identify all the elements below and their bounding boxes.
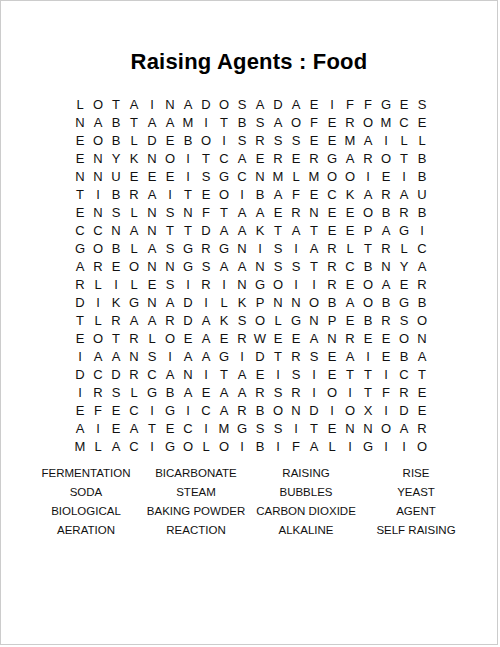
grid-cell-r13c10[interactable]: S [233,311,251,329]
grid-cell-r20c1[interactable]: M [71,437,89,455]
grid-cell-r11c18[interactable]: A [377,275,395,293]
grid-cell-r12c10[interactable]: K [233,293,251,311]
grid-cell-r12c16[interactable]: A [341,293,359,311]
grid-cell-r9c18[interactable]: R [377,239,395,257]
grid-cell-r9c15[interactable]: R [323,239,341,257]
grid-cell-r6c14[interactable]: E [305,185,323,203]
grid-cell-r14c16[interactable]: R [341,329,359,347]
grid-cell-r9c9[interactable]: G [215,239,233,257]
grid-cell-r17c19[interactable]: R [395,383,413,401]
grid-cell-r3c6[interactable]: E [161,131,179,149]
grid-cell-r2c9[interactable]: T [215,113,233,131]
grid-cell-r17c17[interactable]: T [359,383,377,401]
grid-cell-r10c2[interactable]: R [89,257,107,275]
grid-cell-r2c7[interactable]: M [179,113,197,131]
grid-cell-r16c2[interactable]: C [89,365,107,383]
grid-cell-r18c3[interactable]: E [107,401,125,419]
grid-cell-r18c4[interactable]: C [125,401,143,419]
grid-cell-r1c3[interactable]: T [107,95,125,113]
grid-cell-r7c3[interactable]: S [107,203,125,221]
grid-cell-r8c11[interactable]: K [251,221,269,239]
grid-cell-r12c17[interactable]: O [359,293,377,311]
grid-cell-r20c12[interactable]: I [269,437,287,455]
grid-cell-r20c18[interactable]: I [377,437,395,455]
grid-cell-r5c8[interactable]: S [197,167,215,185]
grid-cell-r6c5[interactable]: A [143,185,161,203]
grid-cell-r14c8[interactable]: A [197,329,215,347]
grid-cell-r5c9[interactable]: G [215,167,233,185]
grid-cell-r14c6[interactable]: O [161,329,179,347]
grid-cell-r4c7[interactable]: I [179,149,197,167]
grid-cell-r5c17[interactable]: I [359,167,377,185]
grid-cell-r11c15[interactable]: R [323,275,341,293]
grid-cell-r19c16[interactable]: N [341,419,359,437]
grid-cell-r2c11[interactable]: S [251,113,269,131]
grid-cell-r17c2[interactable]: R [89,383,107,401]
grid-cell-r8c19[interactable]: G [395,221,413,239]
grid-cell-r17c1[interactable]: I [71,383,89,401]
grid-cell-r13c14[interactable]: N [305,311,323,329]
grid-cell-r14c11[interactable]: W [251,329,269,347]
grid-cell-r18c8[interactable]: C [197,401,215,419]
grid-cell-r4c2[interactable]: N [89,149,107,167]
grid-cell-r20c9[interactable]: O [215,437,233,455]
grid-cell-r12c2[interactable]: I [89,293,107,311]
grid-cell-r5c4[interactable]: E [125,167,143,185]
grid-cell-r20c13[interactable]: F [287,437,305,455]
grid-cell-r14c4[interactable]: R [125,329,143,347]
grid-cell-r10c1[interactable]: A [71,257,89,275]
grid-cell-r19c12[interactable]: S [269,419,287,437]
grid-cell-r20c16[interactable]: I [341,437,359,455]
grid-cell-r14c2[interactable]: O [89,329,107,347]
grid-cell-r17c13[interactable]: R [287,383,305,401]
grid-cell-r12c1[interactable]: D [71,293,89,311]
grid-cell-r18c14[interactable]: D [305,401,323,419]
grid-cell-r8c16[interactable]: E [341,221,359,239]
grid-cell-r15c9[interactable]: G [215,347,233,365]
grid-cell-r7c12[interactable]: E [269,203,287,221]
grid-cell-r12c7[interactable]: D [179,293,197,311]
grid-cell-r2c5[interactable]: A [143,113,161,131]
grid-cell-r3c1[interactable]: E [71,131,89,149]
grid-cell-r16c17[interactable]: T [359,365,377,383]
grid-cell-r1c16[interactable]: F [341,95,359,113]
grid-cell-r2c13[interactable]: O [287,113,305,131]
grid-cell-r19c2[interactable]: I [89,419,107,437]
grid-cell-r17c14[interactable]: I [305,383,323,401]
grid-cell-r4c16[interactable]: A [341,149,359,167]
grid-cell-r20c8[interactable]: L [197,437,215,455]
grid-cell-r18c12[interactable]: O [269,401,287,419]
grid-cell-r4c4[interactable]: K [125,149,143,167]
grid-cell-r17c15[interactable]: O [323,383,341,401]
grid-cell-r17c11[interactable]: R [251,383,269,401]
grid-cell-r8c12[interactable]: T [269,221,287,239]
grid-cell-r7c16[interactable]: E [341,203,359,221]
grid-cell-r4c12[interactable]: R [269,149,287,167]
grid-cell-r1c11[interactable]: A [251,95,269,113]
grid-cell-r8c10[interactable]: A [233,221,251,239]
grid-cell-r4c20[interactable]: B [413,149,431,167]
grid-cell-r4c10[interactable]: A [233,149,251,167]
grid-cell-r17c16[interactable]: I [341,383,359,401]
grid-cell-r19c11[interactable]: S [251,419,269,437]
grid-cell-r11c10[interactable]: N [233,275,251,293]
grid-cell-r20c4[interactable]: C [125,437,143,455]
grid-cell-r4c6[interactable]: O [161,149,179,167]
grid-cell-r7c19[interactable]: R [395,203,413,221]
grid-cell-r15c1[interactable]: I [71,347,89,365]
grid-cell-r17c6[interactable]: B [161,383,179,401]
grid-cell-r15c12[interactable]: T [269,347,287,365]
grid-cell-r8c20[interactable]: I [413,221,431,239]
grid-cell-r15c4[interactable]: N [125,347,143,365]
grid-cell-r2c15[interactable]: E [323,113,341,131]
grid-cell-r12c9[interactable]: L [215,293,233,311]
grid-cell-r1c4[interactable]: A [125,95,143,113]
grid-cell-r15c19[interactable]: B [395,347,413,365]
grid-cell-r18c11[interactable]: B [251,401,269,419]
grid-cell-r19c4[interactable]: A [125,419,143,437]
grid-cell-r3c5[interactable]: D [143,131,161,149]
grid-cell-r1c15[interactable]: I [323,95,341,113]
grid-cell-r18c7[interactable]: I [179,401,197,419]
grid-cell-r8c18[interactable]: A [377,221,395,239]
grid-cell-r1c17[interactable]: F [359,95,377,113]
grid-cell-r16c16[interactable]: T [341,365,359,383]
grid-cell-r10c15[interactable]: R [323,257,341,275]
grid-cell-r14c14[interactable]: A [305,329,323,347]
grid-cell-r7c14[interactable]: N [305,203,323,221]
grid-cell-r11c2[interactable]: L [89,275,107,293]
grid-cell-r19c15[interactable]: E [323,419,341,437]
grid-cell-r5c14[interactable]: M [305,167,323,185]
grid-cell-r16c18[interactable]: I [377,365,395,383]
grid-cell-r13c7[interactable]: D [179,311,197,329]
grid-cell-r16c20[interactable]: T [413,365,431,383]
grid-cell-r2c3[interactable]: B [107,113,125,131]
grid-cell-r3c8[interactable]: O [197,131,215,149]
grid-cell-r7c11[interactable]: A [251,203,269,221]
grid-cell-r20c5[interactable]: I [143,437,161,455]
grid-cell-r7c2[interactable]: N [89,203,107,221]
grid-cell-r9c16[interactable]: L [341,239,359,257]
grid-cell-r16c3[interactable]: D [107,365,125,383]
grid-cell-r5c10[interactable]: C [233,167,251,185]
grid-cell-r11c4[interactable]: L [125,275,143,293]
grid-cell-r18c13[interactable]: N [287,401,305,419]
grid-cell-r12c13[interactable]: N [287,293,305,311]
grid-cell-r7c10[interactable]: A [233,203,251,221]
grid-cell-r16c4[interactable]: R [125,365,143,383]
grid-cell-r19c18[interactable]: O [377,419,395,437]
grid-cell-r4c8[interactable]: T [197,149,215,167]
grid-cell-r19c10[interactable]: G [233,419,251,437]
grid-cell-r15c8[interactable]: A [197,347,215,365]
grid-cell-r8c5[interactable]: N [143,221,161,239]
grid-cell-r5c5[interactable]: E [143,167,161,185]
grid-cell-r18c6[interactable]: G [161,401,179,419]
grid-cell-r4c13[interactable]: E [287,149,305,167]
grid-cell-r13c6[interactable]: R [161,311,179,329]
grid-cell-r18c18[interactable]: I [377,401,395,419]
grid-cell-r5c15[interactable]: O [323,167,341,185]
grid-cell-r12c5[interactable]: N [143,293,161,311]
grid-cell-r3c16[interactable]: M [341,131,359,149]
grid-cell-r18c20[interactable]: E [413,401,431,419]
grid-cell-r1c10[interactable]: S [233,95,251,113]
grid-cell-r19c3[interactable]: E [107,419,125,437]
grid-cell-r10c5[interactable]: N [143,257,161,275]
grid-cell-r9c14[interactable]: A [305,239,323,257]
grid-cell-r3c7[interactable]: B [179,131,197,149]
grid-cell-r2c19[interactable]: C [395,113,413,131]
grid-cell-r11c12[interactable]: O [269,275,287,293]
grid-cell-r19c19[interactable]: A [395,419,413,437]
grid-cell-r20c15[interactable]: L [323,437,341,455]
grid-cell-r16c11[interactable]: E [251,365,269,383]
grid-cell-r16c6[interactable]: A [161,365,179,383]
grid-cell-r13c5[interactable]: A [143,311,161,329]
grid-cell-r13c12[interactable]: L [269,311,287,329]
grid-cell-r4c9[interactable]: C [215,149,233,167]
grid-cell-r9c2[interactable]: O [89,239,107,257]
grid-cell-r6c16[interactable]: K [341,185,359,203]
grid-cell-r20c7[interactable]: O [179,437,197,455]
grid-cell-r11c17[interactable]: O [359,275,377,293]
grid-cell-r13c15[interactable]: P [323,311,341,329]
grid-cell-r7c4[interactable]: L [125,203,143,221]
grid-cell-r5c2[interactable]: N [89,167,107,185]
grid-cell-r13c16[interactable]: E [341,311,359,329]
grid-cell-r5c6[interactable]: E [161,167,179,185]
grid-cell-r15c6[interactable]: I [161,347,179,365]
grid-cell-r20c3[interactable]: A [107,437,125,455]
grid-cell-r2c4[interactable]: T [125,113,143,131]
grid-cell-r6c9[interactable]: O [215,185,233,203]
grid-cell-r16c9[interactable]: T [215,365,233,383]
grid-cell-r4c3[interactable]: Y [107,149,125,167]
grid-cell-r15c11[interactable]: D [251,347,269,365]
grid-cell-r16c8[interactable]: I [197,365,215,383]
grid-cell-r15c14[interactable]: S [305,347,323,365]
grid-cell-r10c17[interactable]: B [359,257,377,275]
grid-cell-r3c10[interactable]: S [233,131,251,149]
grid-cell-r12c11[interactable]: P [251,293,269,311]
grid-cell-r13c19[interactable]: S [395,311,413,329]
grid-cell-r14c18[interactable]: E [377,329,395,347]
grid-cell-r1c14[interactable]: E [305,95,323,113]
grid-cell-r7c8[interactable]: F [197,203,215,221]
grid-cell-r18c1[interactable]: E [71,401,89,419]
grid-cell-r2c10[interactable]: B [233,113,251,131]
grid-cell-r15c13[interactable]: R [287,347,305,365]
grid-cell-r10c9[interactable]: A [215,257,233,275]
grid-cell-r14c7[interactable]: E [179,329,197,347]
grid-cell-r6c7[interactable]: T [179,185,197,203]
grid-cell-r4c11[interactable]: E [251,149,269,167]
grid-cell-r14c13[interactable]: E [287,329,305,347]
grid-cell-r15c15[interactable]: E [323,347,341,365]
grid-cell-r7c1[interactable]: E [71,203,89,221]
grid-cell-r11c5[interactable]: E [143,275,161,293]
grid-cell-r19c13[interactable]: I [287,419,305,437]
grid-cell-r20c20[interactable]: O [413,437,431,455]
grid-cell-r14c15[interactable]: N [323,329,341,347]
grid-cell-r13c1[interactable]: T [71,311,89,329]
grid-cell-r10c10[interactable]: A [233,257,251,275]
grid-cell-r5c19[interactable]: I [395,167,413,185]
grid-cell-r2c8[interactable]: I [197,113,215,131]
grid-cell-r20c19[interactable]: I [395,437,413,455]
grid-cell-r6c10[interactable]: I [233,185,251,203]
grid-cell-r13c13[interactable]: G [287,311,305,329]
grid-cell-r20c10[interactable]: I [233,437,251,455]
grid-cell-r5c20[interactable]: B [413,167,431,185]
grid-cell-r3c4[interactable]: L [125,131,143,149]
grid-cell-r13c3[interactable]: R [107,311,125,329]
grid-cell-r4c19[interactable]: T [395,149,413,167]
grid-cell-r5c11[interactable]: N [251,167,269,185]
grid-cell-r17c4[interactable]: L [125,383,143,401]
grid-cell-r2c6[interactable]: A [161,113,179,131]
grid-cell-r17c8[interactable]: E [197,383,215,401]
grid-cell-r10c13[interactable]: S [287,257,305,275]
grid-cell-r12c18[interactable]: B [377,293,395,311]
grid-cell-r5c7[interactable]: I [179,167,197,185]
grid-cell-r12c12[interactable]: N [269,293,287,311]
grid-cell-r4c5[interactable]: N [143,149,161,167]
grid-cell-r10c18[interactable]: N [377,257,395,275]
grid-cell-r10c12[interactable]: S [269,257,287,275]
grid-cell-r11c20[interactable]: R [413,275,431,293]
grid-cell-r19c8[interactable]: I [197,419,215,437]
grid-cell-r9c17[interactable]: T [359,239,377,257]
grid-cell-r14c17[interactable]: E [359,329,377,347]
grid-cell-r16c7[interactable]: N [179,365,197,383]
grid-cell-r18c19[interactable]: D [395,401,413,419]
grid-cell-r3c12[interactable]: S [269,131,287,149]
grid-cell-r7c15[interactable]: E [323,203,341,221]
grid-cell-r15c18[interactable]: E [377,347,395,365]
grid-cell-r1c1[interactable]: L [71,95,89,113]
grid-cell-r1c9[interactable]: O [215,95,233,113]
grid-cell-r19c14[interactable]: T [305,419,323,437]
grid-cell-r7c9[interactable]: T [215,203,233,221]
grid-cell-r9c12[interactable]: S [269,239,287,257]
grid-cell-r3c9[interactable]: I [215,131,233,149]
grid-cell-r7c17[interactable]: O [359,203,377,221]
grid-cell-r3c15[interactable]: E [323,131,341,149]
grid-cell-r9c13[interactable]: I [287,239,305,257]
grid-cell-r2c12[interactable]: A [269,113,287,131]
grid-cell-r12c20[interactable]: B [413,293,431,311]
grid-cell-r11c13[interactable]: I [287,275,305,293]
grid-cell-r4c14[interactable]: R [305,149,323,167]
grid-cell-r15c20[interactable]: A [413,347,431,365]
grid-cell-r1c7[interactable]: A [179,95,197,113]
grid-cell-r15c10[interactable]: I [233,347,251,365]
grid-cell-r8c9[interactable]: A [215,221,233,239]
grid-cell-r2c18[interactable]: M [377,113,395,131]
grid-cell-r19c1[interactable]: A [71,419,89,437]
grid-cell-r14c19[interactable]: O [395,329,413,347]
grid-cell-r8c8[interactable]: D [197,221,215,239]
grid-cell-r6c3[interactable]: B [107,185,125,203]
grid-cell-r20c2[interactable]: L [89,437,107,455]
grid-cell-r10c19[interactable]: Y [395,257,413,275]
grid-cell-r16c12[interactable]: I [269,365,287,383]
grid-cell-r16c14[interactable]: I [305,365,323,383]
grid-cell-r9c20[interactable]: C [413,239,431,257]
grid-cell-r3c14[interactable]: E [305,131,323,149]
grid-cell-r13c20[interactable]: O [413,311,431,329]
grid-cell-r7c7[interactable]: N [179,203,197,221]
grid-cell-r8c4[interactable]: A [125,221,143,239]
grid-cell-r12c3[interactable]: K [107,293,125,311]
grid-cell-r18c16[interactable]: O [341,401,359,419]
grid-cell-r6c13[interactable]: F [287,185,305,203]
grid-cell-r13c9[interactable]: K [215,311,233,329]
grid-cell-r15c3[interactable]: A [107,347,125,365]
grid-cell-r1c19[interactable]: E [395,95,413,113]
grid-cell-r5c12[interactable]: M [269,167,287,185]
grid-cell-r16c19[interactable]: C [395,365,413,383]
grid-cell-r13c18[interactable]: R [377,311,395,329]
grid-cell-r11c9[interactable]: I [215,275,233,293]
grid-cell-r2c2[interactable]: A [89,113,107,131]
grid-cell-r13c11[interactable]: O [251,311,269,329]
grid-cell-r13c4[interactable]: A [125,311,143,329]
grid-cell-r10c8[interactable]: S [197,257,215,275]
grid-cell-r6c4[interactable]: R [125,185,143,203]
grid-cell-r19c6[interactable]: E [161,419,179,437]
grid-cell-r5c16[interactable]: O [341,167,359,185]
grid-cell-r8c2[interactable]: C [89,221,107,239]
grid-cell-r9c7[interactable]: G [179,239,197,257]
grid-cell-r10c6[interactable]: N [161,257,179,275]
grid-cell-r18c5[interactable]: I [143,401,161,419]
grid-cell-r2c20[interactable]: E [413,113,431,131]
grid-cell-r6c18[interactable]: R [377,185,395,203]
grid-cell-r12c19[interactable]: G [395,293,413,311]
grid-cell-r11c16[interactable]: E [341,275,359,293]
grid-cell-r15c16[interactable]: A [341,347,359,365]
grid-cell-r14c3[interactable]: T [107,329,125,347]
grid-cell-r6c6[interactable]: I [161,185,179,203]
grid-cell-r4c17[interactable]: R [359,149,377,167]
grid-cell-r4c18[interactable]: O [377,149,395,167]
grid-cell-r2c14[interactable]: F [305,113,323,131]
grid-cell-r7c20[interactable]: B [413,203,431,221]
grid-cell-r11c3[interactable]: I [107,275,125,293]
grid-cell-r20c11[interactable]: B [251,437,269,455]
grid-cell-r19c17[interactable]: N [359,419,377,437]
grid-cell-r14c1[interactable]: E [71,329,89,347]
grid-cell-r9c4[interactable]: L [125,239,143,257]
grid-cell-r7c6[interactable]: S [161,203,179,221]
grid-cell-r6c17[interactable]: A [359,185,377,203]
grid-cell-r6c2[interactable]: I [89,185,107,203]
grid-cell-r2c16[interactable]: R [341,113,359,131]
grid-cell-r12c6[interactable]: A [161,293,179,311]
grid-cell-r16c5[interactable]: C [143,365,161,383]
grid-cell-r19c7[interactable]: C [179,419,197,437]
grid-cell-r5c18[interactable]: E [377,167,395,185]
grid-cell-r10c7[interactable]: G [179,257,197,275]
grid-cell-r7c5[interactable]: N [143,203,161,221]
